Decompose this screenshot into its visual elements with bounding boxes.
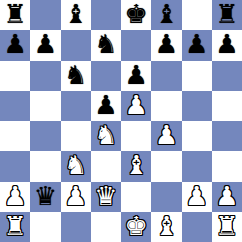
white-knight[interactable]: ♞ bbox=[94, 122, 117, 148]
square-f7[interactable]: ♟ bbox=[151, 30, 181, 60]
white-bishop[interactable]: ♝ bbox=[124, 152, 147, 178]
black-pawn[interactable]: ♟ bbox=[215, 31, 238, 57]
black-bishop[interactable]: ♝ bbox=[64, 1, 87, 27]
square-a1[interactable]: ♜ bbox=[0, 212, 30, 242]
white-knight[interactable]: ♞ bbox=[64, 152, 87, 178]
square-g8[interactable] bbox=[182, 0, 212, 30]
square-h3[interactable] bbox=[212, 151, 242, 181]
square-d6[interactable] bbox=[91, 61, 121, 91]
square-a5[interactable] bbox=[0, 91, 30, 121]
square-a7[interactable]: ♟ bbox=[0, 30, 30, 60]
square-d2[interactable]: ♛ bbox=[91, 182, 121, 212]
square-h1[interactable]: ♜ bbox=[212, 212, 242, 242]
white-pawn[interactable]: ♟ bbox=[215, 183, 238, 209]
square-c3[interactable]: ♞ bbox=[61, 151, 91, 181]
black-pawn[interactable]: ♟ bbox=[185, 31, 208, 57]
square-c5[interactable] bbox=[61, 91, 91, 121]
square-b6[interactable] bbox=[30, 61, 60, 91]
square-g1[interactable] bbox=[182, 212, 212, 242]
square-c2[interactable]: ♟ bbox=[61, 182, 91, 212]
white-queen[interactable]: ♛ bbox=[94, 183, 117, 209]
square-e6[interactable]: ♟ bbox=[121, 61, 151, 91]
black-pawn[interactable]: ♟ bbox=[34, 31, 57, 57]
black-knight[interactable]: ♞ bbox=[94, 31, 117, 57]
square-d7[interactable]: ♞ bbox=[91, 30, 121, 60]
square-d3[interactable] bbox=[91, 151, 121, 181]
square-h4[interactable] bbox=[212, 121, 242, 151]
square-h8[interactable]: ♜ bbox=[212, 0, 242, 30]
square-d1[interactable] bbox=[91, 212, 121, 242]
black-king[interactable]: ♚ bbox=[124, 1, 147, 27]
square-g6[interactable] bbox=[182, 61, 212, 91]
black-queen[interactable]: ♛ bbox=[34, 183, 57, 209]
square-d4[interactable]: ♞ bbox=[91, 121, 121, 151]
square-b4[interactable] bbox=[30, 121, 60, 151]
square-b7[interactable]: ♟ bbox=[30, 30, 60, 60]
square-b3[interactable] bbox=[30, 151, 60, 181]
square-g7[interactable]: ♟ bbox=[182, 30, 212, 60]
square-d8[interactable] bbox=[91, 0, 121, 30]
white-rook[interactable]: ♜ bbox=[215, 213, 238, 239]
chess-board[interactable]: ♜♝♚♝♜♟♟♞♟♟♟♞♟♟♟♞♟♞♝♟♛♟♛♟♟♜♚♝♜ bbox=[0, 0, 242, 242]
square-c6[interactable]: ♞ bbox=[61, 61, 91, 91]
square-f6[interactable] bbox=[151, 61, 181, 91]
square-a6[interactable] bbox=[0, 61, 30, 91]
square-h6[interactable] bbox=[212, 61, 242, 91]
square-h2[interactable]: ♟ bbox=[212, 182, 242, 212]
black-bishop[interactable]: ♝ bbox=[155, 1, 178, 27]
square-e2[interactable] bbox=[121, 182, 151, 212]
black-pawn[interactable]: ♟ bbox=[3, 31, 26, 57]
square-f3[interactable] bbox=[151, 151, 181, 181]
square-e7[interactable] bbox=[121, 30, 151, 60]
white-pawn[interactable]: ♟ bbox=[64, 183, 87, 209]
square-g3[interactable] bbox=[182, 151, 212, 181]
square-h7[interactable]: ♟ bbox=[212, 30, 242, 60]
square-f8[interactable]: ♝ bbox=[151, 0, 181, 30]
white-bishop[interactable]: ♝ bbox=[155, 213, 178, 239]
square-f2[interactable] bbox=[151, 182, 181, 212]
square-f5[interactable] bbox=[151, 91, 181, 121]
white-pawn[interactable]: ♟ bbox=[3, 183, 26, 209]
square-b8[interactable] bbox=[30, 0, 60, 30]
square-c4[interactable] bbox=[61, 121, 91, 151]
white-rook[interactable]: ♜ bbox=[3, 213, 26, 239]
square-g2[interactable]: ♟ bbox=[182, 182, 212, 212]
square-c1[interactable] bbox=[61, 212, 91, 242]
square-a2[interactable]: ♟ bbox=[0, 182, 30, 212]
square-a4[interactable] bbox=[0, 121, 30, 151]
square-g5[interactable] bbox=[182, 91, 212, 121]
square-e8[interactable]: ♚ bbox=[121, 0, 151, 30]
square-a8[interactable]: ♜ bbox=[0, 0, 30, 30]
white-pawn[interactable]: ♟ bbox=[155, 122, 178, 148]
square-b1[interactable] bbox=[30, 212, 60, 242]
square-g4[interactable] bbox=[182, 121, 212, 151]
black-knight[interactable]: ♞ bbox=[64, 62, 87, 88]
square-a3[interactable] bbox=[0, 151, 30, 181]
square-c8[interactable]: ♝ bbox=[61, 0, 91, 30]
square-h5[interactable] bbox=[212, 91, 242, 121]
square-f1[interactable]: ♝ bbox=[151, 212, 181, 242]
square-e5[interactable]: ♟ bbox=[121, 91, 151, 121]
black-rook[interactable]: ♜ bbox=[3, 1, 26, 27]
square-e1[interactable]: ♚ bbox=[121, 212, 151, 242]
square-e4[interactable] bbox=[121, 121, 151, 151]
black-rook[interactable]: ♜ bbox=[215, 1, 238, 27]
white-king[interactable]: ♚ bbox=[124, 213, 147, 239]
black-pawn[interactable]: ♟ bbox=[94, 92, 117, 118]
square-e3[interactable]: ♝ bbox=[121, 151, 151, 181]
square-c7[interactable] bbox=[61, 30, 91, 60]
square-b5[interactable] bbox=[30, 91, 60, 121]
black-pawn[interactable]: ♟ bbox=[155, 31, 178, 57]
square-f4[interactable]: ♟ bbox=[151, 121, 181, 151]
square-d5[interactable]: ♟ bbox=[91, 91, 121, 121]
square-b2[interactable]: ♛ bbox=[30, 182, 60, 212]
black-pawn[interactable]: ♟ bbox=[124, 62, 147, 88]
white-pawn[interactable]: ♟ bbox=[185, 183, 208, 209]
white-pawn[interactable]: ♟ bbox=[124, 92, 147, 118]
